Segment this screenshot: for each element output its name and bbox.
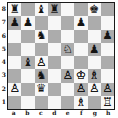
square-f1: ♗ bbox=[74, 96, 87, 109]
square-h8 bbox=[101, 3, 114, 16]
file-labels: abcdefgh bbox=[7, 108, 115, 117]
rank-label-8: 8 bbox=[0, 2, 7, 15]
square-c5 bbox=[35, 43, 48, 56]
rank-label-1: 1 bbox=[0, 95, 7, 108]
black-knight-c6: ♞ bbox=[36, 30, 46, 42]
square-h4 bbox=[101, 56, 114, 69]
rank-label-7: 7 bbox=[0, 15, 7, 28]
square-h5 bbox=[101, 43, 114, 56]
square-h2: ♙ bbox=[101, 83, 114, 96]
file-label-h: h bbox=[102, 108, 116, 117]
square-e2 bbox=[61, 83, 74, 96]
white-pawn-e3: ♙ bbox=[62, 70, 72, 82]
square-g4 bbox=[88, 56, 101, 69]
square-d8: ♜ bbox=[48, 3, 61, 16]
square-d3 bbox=[48, 69, 61, 82]
square-a4 bbox=[8, 56, 21, 69]
square-d5 bbox=[48, 43, 61, 56]
square-b2 bbox=[21, 83, 34, 96]
square-g1 bbox=[88, 96, 101, 109]
white-bishop-g3: ♗ bbox=[89, 70, 99, 82]
square-b5 bbox=[21, 43, 34, 56]
file-label-g: g bbox=[88, 108, 102, 117]
square-h7 bbox=[101, 16, 114, 29]
square-e1 bbox=[61, 96, 74, 109]
square-g2: ♙ bbox=[88, 83, 101, 96]
rank-label-3: 3 bbox=[0, 68, 7, 81]
square-b3 bbox=[21, 69, 34, 82]
black-king-g8: ♚ bbox=[89, 3, 99, 15]
square-b7: ♟ bbox=[21, 16, 34, 29]
white-pawn-f2: ♙ bbox=[76, 83, 86, 95]
square-h6: ♟ bbox=[101, 30, 114, 43]
square-h3 bbox=[101, 69, 114, 82]
square-e4 bbox=[61, 56, 74, 69]
board-with-coordinates: 87654321 ♜♝♜♚♟♟♟♞♟♘♟♝♙♞♙♔♗♙♛♙♙♙♗♖ abcdef… bbox=[0, 0, 115, 117]
square-f8 bbox=[74, 3, 87, 16]
square-e5: ♘ bbox=[61, 43, 74, 56]
square-f7: ♟ bbox=[74, 16, 87, 29]
white-pawn-g2: ♙ bbox=[89, 83, 99, 95]
square-c6: ♞ bbox=[35, 30, 48, 43]
square-h1: ♖ bbox=[101, 96, 114, 109]
square-f2: ♙ bbox=[74, 83, 87, 96]
square-f4 bbox=[74, 56, 87, 69]
square-d2 bbox=[48, 83, 61, 96]
square-c2: ♛ bbox=[35, 83, 48, 96]
square-d4 bbox=[48, 56, 61, 69]
black-bishop-b4: ♝ bbox=[23, 56, 33, 68]
black-rook-a8: ♜ bbox=[9, 3, 19, 15]
file-label-f: f bbox=[75, 108, 89, 117]
white-pawn-h2: ♙ bbox=[102, 83, 112, 95]
black-pawn-a7: ♟ bbox=[9, 17, 19, 29]
file-label-d: d bbox=[48, 108, 62, 117]
black-rook-d8: ♜ bbox=[49, 3, 59, 15]
file-label-b: b bbox=[21, 108, 35, 117]
square-e8 bbox=[61, 3, 74, 16]
corner-spacer bbox=[0, 108, 7, 117]
white-bishop-f1: ♗ bbox=[76, 96, 86, 108]
square-b4: ♝ bbox=[21, 56, 34, 69]
rank-label-4: 4 bbox=[0, 55, 7, 68]
square-b6 bbox=[21, 30, 34, 43]
rank-label-5: 5 bbox=[0, 42, 7, 55]
black-pawn-g5: ♟ bbox=[89, 43, 99, 55]
square-e3: ♙ bbox=[61, 69, 74, 82]
white-knight-e5: ♘ bbox=[62, 43, 72, 55]
square-a2: ♙ bbox=[8, 83, 21, 96]
square-g5: ♟ bbox=[88, 43, 101, 56]
square-f6 bbox=[74, 30, 87, 43]
square-e7 bbox=[61, 16, 74, 29]
square-c8: ♝ bbox=[35, 3, 48, 16]
black-pawn-h6: ♟ bbox=[102, 30, 112, 42]
square-a6 bbox=[8, 30, 21, 43]
square-c3: ♞ bbox=[35, 69, 48, 82]
file-label-e: e bbox=[61, 108, 75, 117]
square-d6 bbox=[48, 30, 61, 43]
white-pawn-c4: ♙ bbox=[36, 56, 46, 68]
square-g6 bbox=[88, 30, 101, 43]
rank-labels: 87654321 bbox=[0, 2, 7, 108]
square-c4: ♙ bbox=[35, 56, 48, 69]
square-d1 bbox=[48, 96, 61, 109]
rank-label-2: 2 bbox=[0, 82, 7, 95]
square-c1 bbox=[35, 96, 48, 109]
square-d7 bbox=[48, 16, 61, 29]
white-pawn-a2: ♙ bbox=[9, 83, 19, 95]
square-b1 bbox=[21, 96, 34, 109]
black-knight-c3: ♞ bbox=[36, 70, 46, 82]
square-a3 bbox=[8, 69, 21, 82]
chess-board: ♜♝♜♚♟♟♟♞♟♘♟♝♙♞♙♔♗♙♛♙♙♙♗♖ bbox=[7, 2, 115, 110]
rank-label-6: 6 bbox=[0, 29, 7, 42]
black-pawn-f7: ♟ bbox=[76, 17, 86, 29]
square-b8 bbox=[21, 3, 34, 16]
square-a7: ♟ bbox=[8, 16, 21, 29]
square-f5 bbox=[74, 43, 87, 56]
square-f3: ♔ bbox=[74, 69, 87, 82]
square-a1 bbox=[8, 96, 21, 109]
file-label-a: a bbox=[7, 108, 21, 117]
square-a5 bbox=[8, 43, 21, 56]
black-bishop-c8: ♝ bbox=[36, 3, 46, 15]
square-e6 bbox=[61, 30, 74, 43]
square-g3: ♗ bbox=[88, 69, 101, 82]
square-a8: ♜ bbox=[8, 3, 21, 16]
square-g7 bbox=[88, 16, 101, 29]
black-queen-c2: ♛ bbox=[36, 83, 46, 95]
black-pawn-b7: ♟ bbox=[23, 17, 33, 29]
chess-diagram: 87654321 ♜♝♜♚♟♟♟♞♟♘♟♝♙♞♙♔♗♙♛♙♙♙♗♖ abcdef… bbox=[0, 0, 118, 118]
file-label-c: c bbox=[34, 108, 48, 117]
square-g8: ♚ bbox=[88, 3, 101, 16]
white-rook-h1: ♖ bbox=[102, 96, 112, 108]
white-king-f3: ♔ bbox=[76, 70, 86, 82]
square-c7 bbox=[35, 16, 48, 29]
